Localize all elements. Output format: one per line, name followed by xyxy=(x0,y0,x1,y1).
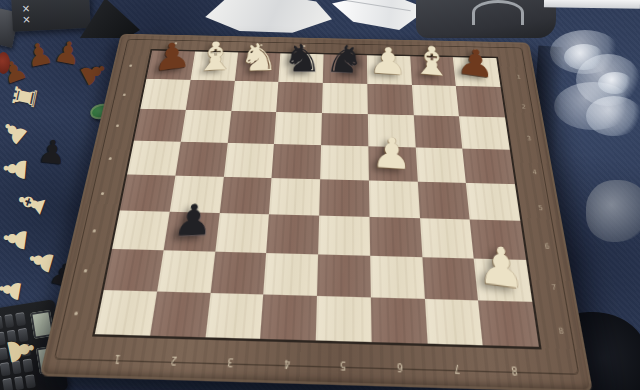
coord-tick-right: 1 xyxy=(516,74,521,80)
coord-tick-right: 7 xyxy=(551,283,557,292)
square[interactable] xyxy=(316,296,372,342)
square[interactable] xyxy=(371,297,427,343)
square[interactable] xyxy=(104,249,164,292)
piece-brown-pawn[interactable]: ♟ xyxy=(455,42,495,83)
pile-piece-black-pawn[interactable]: ♟ xyxy=(36,135,68,170)
square[interactable] xyxy=(186,80,235,111)
square[interactable] xyxy=(272,144,321,179)
square[interactable] xyxy=(274,112,322,145)
square[interactable] xyxy=(127,141,180,176)
folded-paper xyxy=(332,0,428,30)
square[interactable] xyxy=(276,82,322,113)
clock-button[interactable] xyxy=(15,312,26,326)
square[interactable] xyxy=(413,115,462,148)
square[interactable] xyxy=(415,147,466,182)
piece-black-knight[interactable]: ♞ xyxy=(324,39,366,79)
square[interactable] xyxy=(269,178,320,216)
square[interactable] xyxy=(463,149,515,185)
square[interactable] xyxy=(95,290,157,336)
coord-tick-left xyxy=(74,311,78,315)
square[interactable] xyxy=(112,210,169,250)
square[interactable] xyxy=(223,143,274,178)
square[interactable] xyxy=(319,179,369,217)
crumpled-paper xyxy=(200,0,332,36)
square[interactable] xyxy=(215,213,269,253)
piece-white-pawn[interactable]: ♟ xyxy=(477,237,525,297)
coord-bottom-4: 4 xyxy=(284,357,290,369)
square[interactable] xyxy=(320,145,369,180)
coord-tick-left xyxy=(84,268,88,271)
clock-button[interactable] xyxy=(2,378,13,390)
square[interactable] xyxy=(231,81,279,112)
square[interactable] xyxy=(227,111,276,144)
square[interactable] xyxy=(266,214,319,254)
square[interactable] xyxy=(120,174,175,211)
piece-black-pawn[interactable]: ♟ xyxy=(172,199,215,243)
clock-button[interactable] xyxy=(14,376,25,390)
coord-tick-left xyxy=(93,229,97,232)
coord-bottom-5: 5 xyxy=(340,359,346,371)
square[interactable] xyxy=(205,293,263,339)
coord-tick-left xyxy=(101,192,105,195)
coord-tick-left xyxy=(123,93,126,95)
bag-strap xyxy=(472,0,524,25)
square[interactable] xyxy=(417,182,470,220)
square[interactable] xyxy=(321,113,368,146)
piece-white-bishop[interactable]: ♝ xyxy=(194,36,237,77)
square[interactable] xyxy=(420,218,474,258)
square[interactable] xyxy=(157,250,215,293)
plastic-crinkle xyxy=(564,44,604,70)
square[interactable] xyxy=(422,257,478,300)
square[interactable] xyxy=(210,252,266,295)
square[interactable] xyxy=(424,299,483,345)
square[interactable] xyxy=(456,86,505,117)
clock-button[interactable] xyxy=(25,374,36,388)
clock-button[interactable] xyxy=(0,316,3,330)
piece-brown-pawn[interactable]: ♟ xyxy=(153,36,192,76)
coord-tick-right: 2 xyxy=(521,104,526,111)
square[interactable] xyxy=(260,294,317,340)
piece-black-knight[interactable]: ♞ xyxy=(281,39,322,77)
chessboard: ♟♝♞♞♞♟♝♟♟♟♟ 1234567812345678 xyxy=(39,34,593,390)
square[interactable] xyxy=(370,256,424,299)
coord-bottom-6: 6 xyxy=(397,361,403,373)
plastic-crinkle xyxy=(598,72,632,94)
square[interactable] xyxy=(150,291,210,337)
square[interactable] xyxy=(134,109,186,142)
square[interactable] xyxy=(478,300,539,346)
pile-piece-light-pawn[interactable]: ♟ xyxy=(0,154,32,183)
square[interactable] xyxy=(317,254,371,297)
coord-tick-left xyxy=(116,124,119,127)
coord-tick-right: 4 xyxy=(532,169,538,177)
square[interactable] xyxy=(263,253,318,296)
coord-tick-left xyxy=(129,64,132,66)
square[interactable] xyxy=(175,142,227,177)
coord-bottom-2: 2 xyxy=(170,354,177,366)
piece-white-bishop[interactable]: ♝ xyxy=(411,40,453,83)
square[interactable] xyxy=(412,85,460,116)
square[interactable] xyxy=(322,83,368,114)
square[interactable] xyxy=(369,217,422,257)
coord-tick-right: 8 xyxy=(558,327,565,337)
square[interactable] xyxy=(367,84,413,115)
coord-bottom-3: 3 xyxy=(227,356,234,368)
white-shelf-edge xyxy=(544,0,640,9)
pile-piece-light-bishop[interactable]: ♝ xyxy=(10,183,52,223)
piece-white-knight[interactable]: ♞ xyxy=(238,38,279,77)
coord-bottom-8: 8 xyxy=(510,364,517,376)
square[interactable] xyxy=(369,180,420,218)
square[interactable] xyxy=(466,183,520,221)
pile-piece-light-pawn[interactable]: ♟ xyxy=(0,113,33,150)
coord-bottom-1: 1 xyxy=(114,352,122,364)
coord-tick-right: 5 xyxy=(538,205,544,213)
pile-piece-light-rook[interactable]: ♜ xyxy=(8,81,43,114)
coord-tick-left xyxy=(109,157,113,160)
clock-button[interactable] xyxy=(4,314,15,328)
square[interactable] xyxy=(140,79,190,110)
plastic-crinkle xyxy=(586,96,640,136)
piece-white-pawn[interactable]: ♟ xyxy=(371,131,412,176)
coord-tick-right: 3 xyxy=(526,135,531,142)
playing-area: ♟♝♞♞♞♟♝♟♟♟♟ xyxy=(95,51,539,347)
square[interactable] xyxy=(459,116,510,149)
coord-bottom-7: 7 xyxy=(453,362,460,374)
coord-tick-right: 6 xyxy=(544,243,550,252)
pile-piece-light-pawn[interactable]: ♟ xyxy=(0,275,27,305)
square[interactable] xyxy=(318,216,370,256)
gray-fabric-patch xyxy=(586,180,640,242)
square[interactable] xyxy=(181,110,231,143)
piece-white-pawn[interactable]: ♟ xyxy=(368,41,407,80)
square[interactable] xyxy=(219,177,271,214)
